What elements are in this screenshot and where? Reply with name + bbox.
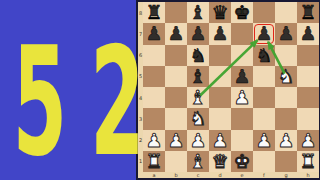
square-e5[interactable]: ♟: [231, 66, 253, 87]
piece-black-pawn: ♟: [255, 24, 272, 43]
square-a5[interactable]: [143, 66, 165, 87]
piece-white-king: ♚: [233, 152, 250, 171]
square-h5[interactable]: [297, 66, 319, 87]
square-e6[interactable]: [231, 45, 253, 66]
piece-black-knight: ♞: [255, 46, 272, 65]
number-panel: 52: [0, 0, 136, 180]
piece-black-pawn: ♟: [167, 24, 184, 43]
piece-black-king: ♚: [233, 3, 250, 22]
square-b6[interactable]: [165, 45, 187, 66]
piece-black-bishop: ♝: [189, 67, 206, 86]
square-h1[interactable]: ♜: [297, 151, 319, 172]
piece-black-rook: ♜: [299, 3, 316, 22]
piece-white-pawn: ♟: [233, 88, 250, 107]
square-c4[interactable]: ♝: [187, 87, 209, 108]
square-c8[interactable]: ♝: [187, 2, 209, 23]
piece-white-pawn: ♟: [145, 131, 162, 150]
square-g4[interactable]: [275, 87, 297, 108]
piece-black-bishop: ♝: [189, 3, 206, 22]
file-label-e: e: [231, 172, 253, 178]
chess-thumbnail: 52 87654321 ♜♝♛♚♜♟♟♟♟♟♟♟♞♞♝♟♞♝♟♞♟♟♟♟♟♟♟♜…: [0, 0, 320, 180]
piece-white-bishop: ♝: [189, 152, 206, 171]
board-wrap: ♜♝♛♚♜♟♟♟♟♟♟♟♞♞♝♟♞♝♟♞♟♟♟♟♟♟♟♜♝♛♚♜: [143, 2, 319, 172]
square-e7[interactable]: [231, 23, 253, 44]
square-a8[interactable]: ♜: [143, 2, 165, 23]
square-h6[interactable]: [297, 45, 319, 66]
piece-black-pawn: ♟: [233, 67, 250, 86]
square-a4[interactable]: [143, 87, 165, 108]
square-d4[interactable]: [209, 87, 231, 108]
square-d6[interactable]: [209, 45, 231, 66]
square-e4[interactable]: ♟: [231, 87, 253, 108]
square-f7[interactable]: ♟: [253, 23, 275, 44]
square-c5[interactable]: ♝: [187, 66, 209, 87]
square-h3[interactable]: [297, 108, 319, 129]
piece-black-rook: ♜: [145, 3, 162, 22]
square-e3[interactable]: [231, 108, 253, 129]
piece-white-rook: ♜: [299, 152, 316, 171]
chess-board[interactable]: ♜♝♛♚♜♟♟♟♟♟♟♟♞♞♝♟♞♝♟♞♟♟♟♟♟♟♟♜♝♛♚♜: [143, 2, 319, 172]
square-a1[interactable]: ♜: [143, 151, 165, 172]
square-e8[interactable]: ♚: [231, 2, 253, 23]
square-f1[interactable]: [253, 151, 275, 172]
file-label-h: h: [297, 172, 319, 178]
square-c3[interactable]: ♞: [187, 108, 209, 129]
square-a3[interactable]: [143, 108, 165, 129]
file-label-c: c: [187, 172, 209, 178]
square-h2[interactable]: ♟: [297, 130, 319, 151]
square-d1[interactable]: ♛: [209, 151, 231, 172]
piece-black-knight: ♞: [189, 46, 206, 65]
file-label-b: b: [165, 172, 187, 178]
square-g6[interactable]: [275, 45, 297, 66]
piece-white-pawn: ♟: [255, 131, 272, 150]
square-d3[interactable]: [209, 108, 231, 129]
square-d2[interactable]: ♟: [209, 130, 231, 151]
square-f8[interactable]: [253, 2, 275, 23]
square-b7[interactable]: ♟: [165, 23, 187, 44]
square-c1[interactable]: ♝: [187, 151, 209, 172]
board-with-coordinates: 87654321 ♜♝♛♚♜♟♟♟♟♟♟♟♞♞♝♟♞♝♟♞♟♟♟♟♟♟♟♜♝♛♚…: [138, 2, 319, 178]
piece-black-pawn: ♟: [277, 24, 294, 43]
square-b3[interactable]: [165, 108, 187, 129]
piece-black-pawn: ♟: [299, 24, 316, 43]
square-c2[interactable]: ♟: [187, 130, 209, 151]
piece-white-rook: ♜: [145, 152, 162, 171]
piece-white-knight: ♞: [277, 67, 294, 86]
square-a7[interactable]: ♟: [143, 23, 165, 44]
square-g1[interactable]: [275, 151, 297, 172]
square-g2[interactable]: ♟: [275, 130, 297, 151]
square-h4[interactable]: [297, 87, 319, 108]
square-e2[interactable]: [231, 130, 253, 151]
piece-black-pawn: ♟: [145, 24, 162, 43]
piece-black-queen: ♛: [211, 3, 228, 22]
piece-white-pawn: ♟: [167, 131, 184, 150]
piece-black-pawn: ♟: [189, 24, 206, 43]
piece-white-knight: ♞: [189, 109, 206, 128]
square-f3[interactable]: [253, 108, 275, 129]
piece-black-pawn: ♟: [211, 24, 228, 43]
file-label-d: d: [209, 172, 231, 178]
square-d5[interactable]: [209, 66, 231, 87]
piece-white-bishop: ♝: [189, 88, 206, 107]
piece-white-pawn: ♟: [189, 131, 206, 150]
piece-white-pawn: ♟: [299, 131, 316, 150]
square-b4[interactable]: [165, 87, 187, 108]
square-d7[interactable]: ♟: [209, 23, 231, 44]
piece-white-pawn: ♟: [211, 131, 228, 150]
square-h8[interactable]: ♜: [297, 2, 319, 23]
square-f6[interactable]: ♞: [253, 45, 275, 66]
piece-white-queen: ♛: [211, 152, 228, 171]
square-e1[interactable]: ♚: [231, 151, 253, 172]
square-a2[interactable]: ♟: [143, 130, 165, 151]
chess-board-area: 87654321 ♜♝♛♚♜♟♟♟♟♟♟♟♞♞♝♟♞♝♟♞♟♟♟♟♟♟♟♜♝♛♚…: [136, 0, 320, 180]
file-labels: abcdefgh: [143, 172, 319, 178]
square-f5[interactable]: [253, 66, 275, 87]
square-b1[interactable]: [165, 151, 187, 172]
square-g7[interactable]: ♟: [275, 23, 297, 44]
square-a6[interactable]: [143, 45, 165, 66]
square-b5[interactable]: [165, 66, 187, 87]
square-b8[interactable]: [165, 2, 187, 23]
square-d8[interactable]: ♛: [209, 2, 231, 23]
square-g5[interactable]: ♞: [275, 66, 297, 87]
square-b2[interactable]: ♟: [165, 130, 187, 151]
square-h7[interactable]: ♟: [297, 23, 319, 44]
square-c6[interactable]: ♞: [187, 45, 209, 66]
square-g3[interactable]: [275, 108, 297, 129]
file-label-f: f: [253, 172, 275, 178]
file-label-g: g: [275, 172, 297, 178]
square-c7[interactable]: ♟: [187, 23, 209, 44]
square-f2[interactable]: ♟: [253, 130, 275, 151]
square-g8[interactable]: [275, 2, 297, 23]
piece-white-pawn: ♟: [277, 131, 294, 150]
square-f4[interactable]: [253, 87, 275, 108]
